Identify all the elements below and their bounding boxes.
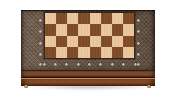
metal-stud-icon <box>39 53 42 56</box>
metal-stud-icon <box>39 19 42 22</box>
metal-stud-icon <box>39 63 42 66</box>
metal-stud-icon <box>39 30 42 33</box>
board-square <box>56 36 67 47</box>
metal-stud-icon <box>88 63 91 66</box>
board-square <box>56 13 67 24</box>
chessboard-inlay <box>44 12 135 59</box>
board-square <box>78 24 89 35</box>
board-square <box>45 24 56 35</box>
metal-stud-icon <box>134 63 137 66</box>
metal-stud-icon <box>137 19 140 22</box>
metal-stud-icon <box>54 63 57 66</box>
case-rim-bar <box>21 78 155 86</box>
metal-stud-icon <box>111 63 114 66</box>
board-square <box>101 47 112 58</box>
metal-stud-icon <box>137 30 140 33</box>
board-square <box>101 24 112 35</box>
board-square <box>112 47 123 58</box>
case-foot-right <box>147 85 151 88</box>
board-square <box>78 47 89 58</box>
product-photo-scene <box>0 0 175 105</box>
chess-case <box>21 10 155 88</box>
board-square <box>90 47 101 58</box>
metal-stud-icon <box>77 63 80 66</box>
board-square <box>78 36 89 47</box>
board-square <box>56 47 67 58</box>
metal-stud-icon <box>137 53 140 56</box>
board-square <box>123 36 134 47</box>
board-square <box>67 24 78 35</box>
board-square <box>112 24 123 35</box>
metal-stud-icon <box>43 63 46 66</box>
board-square <box>123 24 134 35</box>
board-square <box>67 13 78 24</box>
board-square <box>90 24 101 35</box>
board-square <box>67 47 78 58</box>
metal-stud-icon <box>137 63 140 66</box>
metal-stud-icon <box>65 63 68 66</box>
metal-stud-icon <box>122 63 125 66</box>
board-square <box>123 47 134 58</box>
metal-stud-icon <box>137 42 140 45</box>
metal-stud-icon <box>39 42 42 45</box>
board-square <box>101 13 112 24</box>
board-square <box>90 13 101 24</box>
board-square <box>45 47 56 58</box>
board-square <box>45 36 56 47</box>
board-square <box>112 36 123 47</box>
board-square <box>101 36 112 47</box>
board-square <box>78 13 89 24</box>
case-foot-left <box>24 85 28 88</box>
board-square <box>67 36 78 47</box>
board-square <box>90 36 101 47</box>
board-square <box>45 13 56 24</box>
board-square <box>123 13 134 24</box>
board-square <box>56 24 67 35</box>
board-square <box>112 13 123 24</box>
